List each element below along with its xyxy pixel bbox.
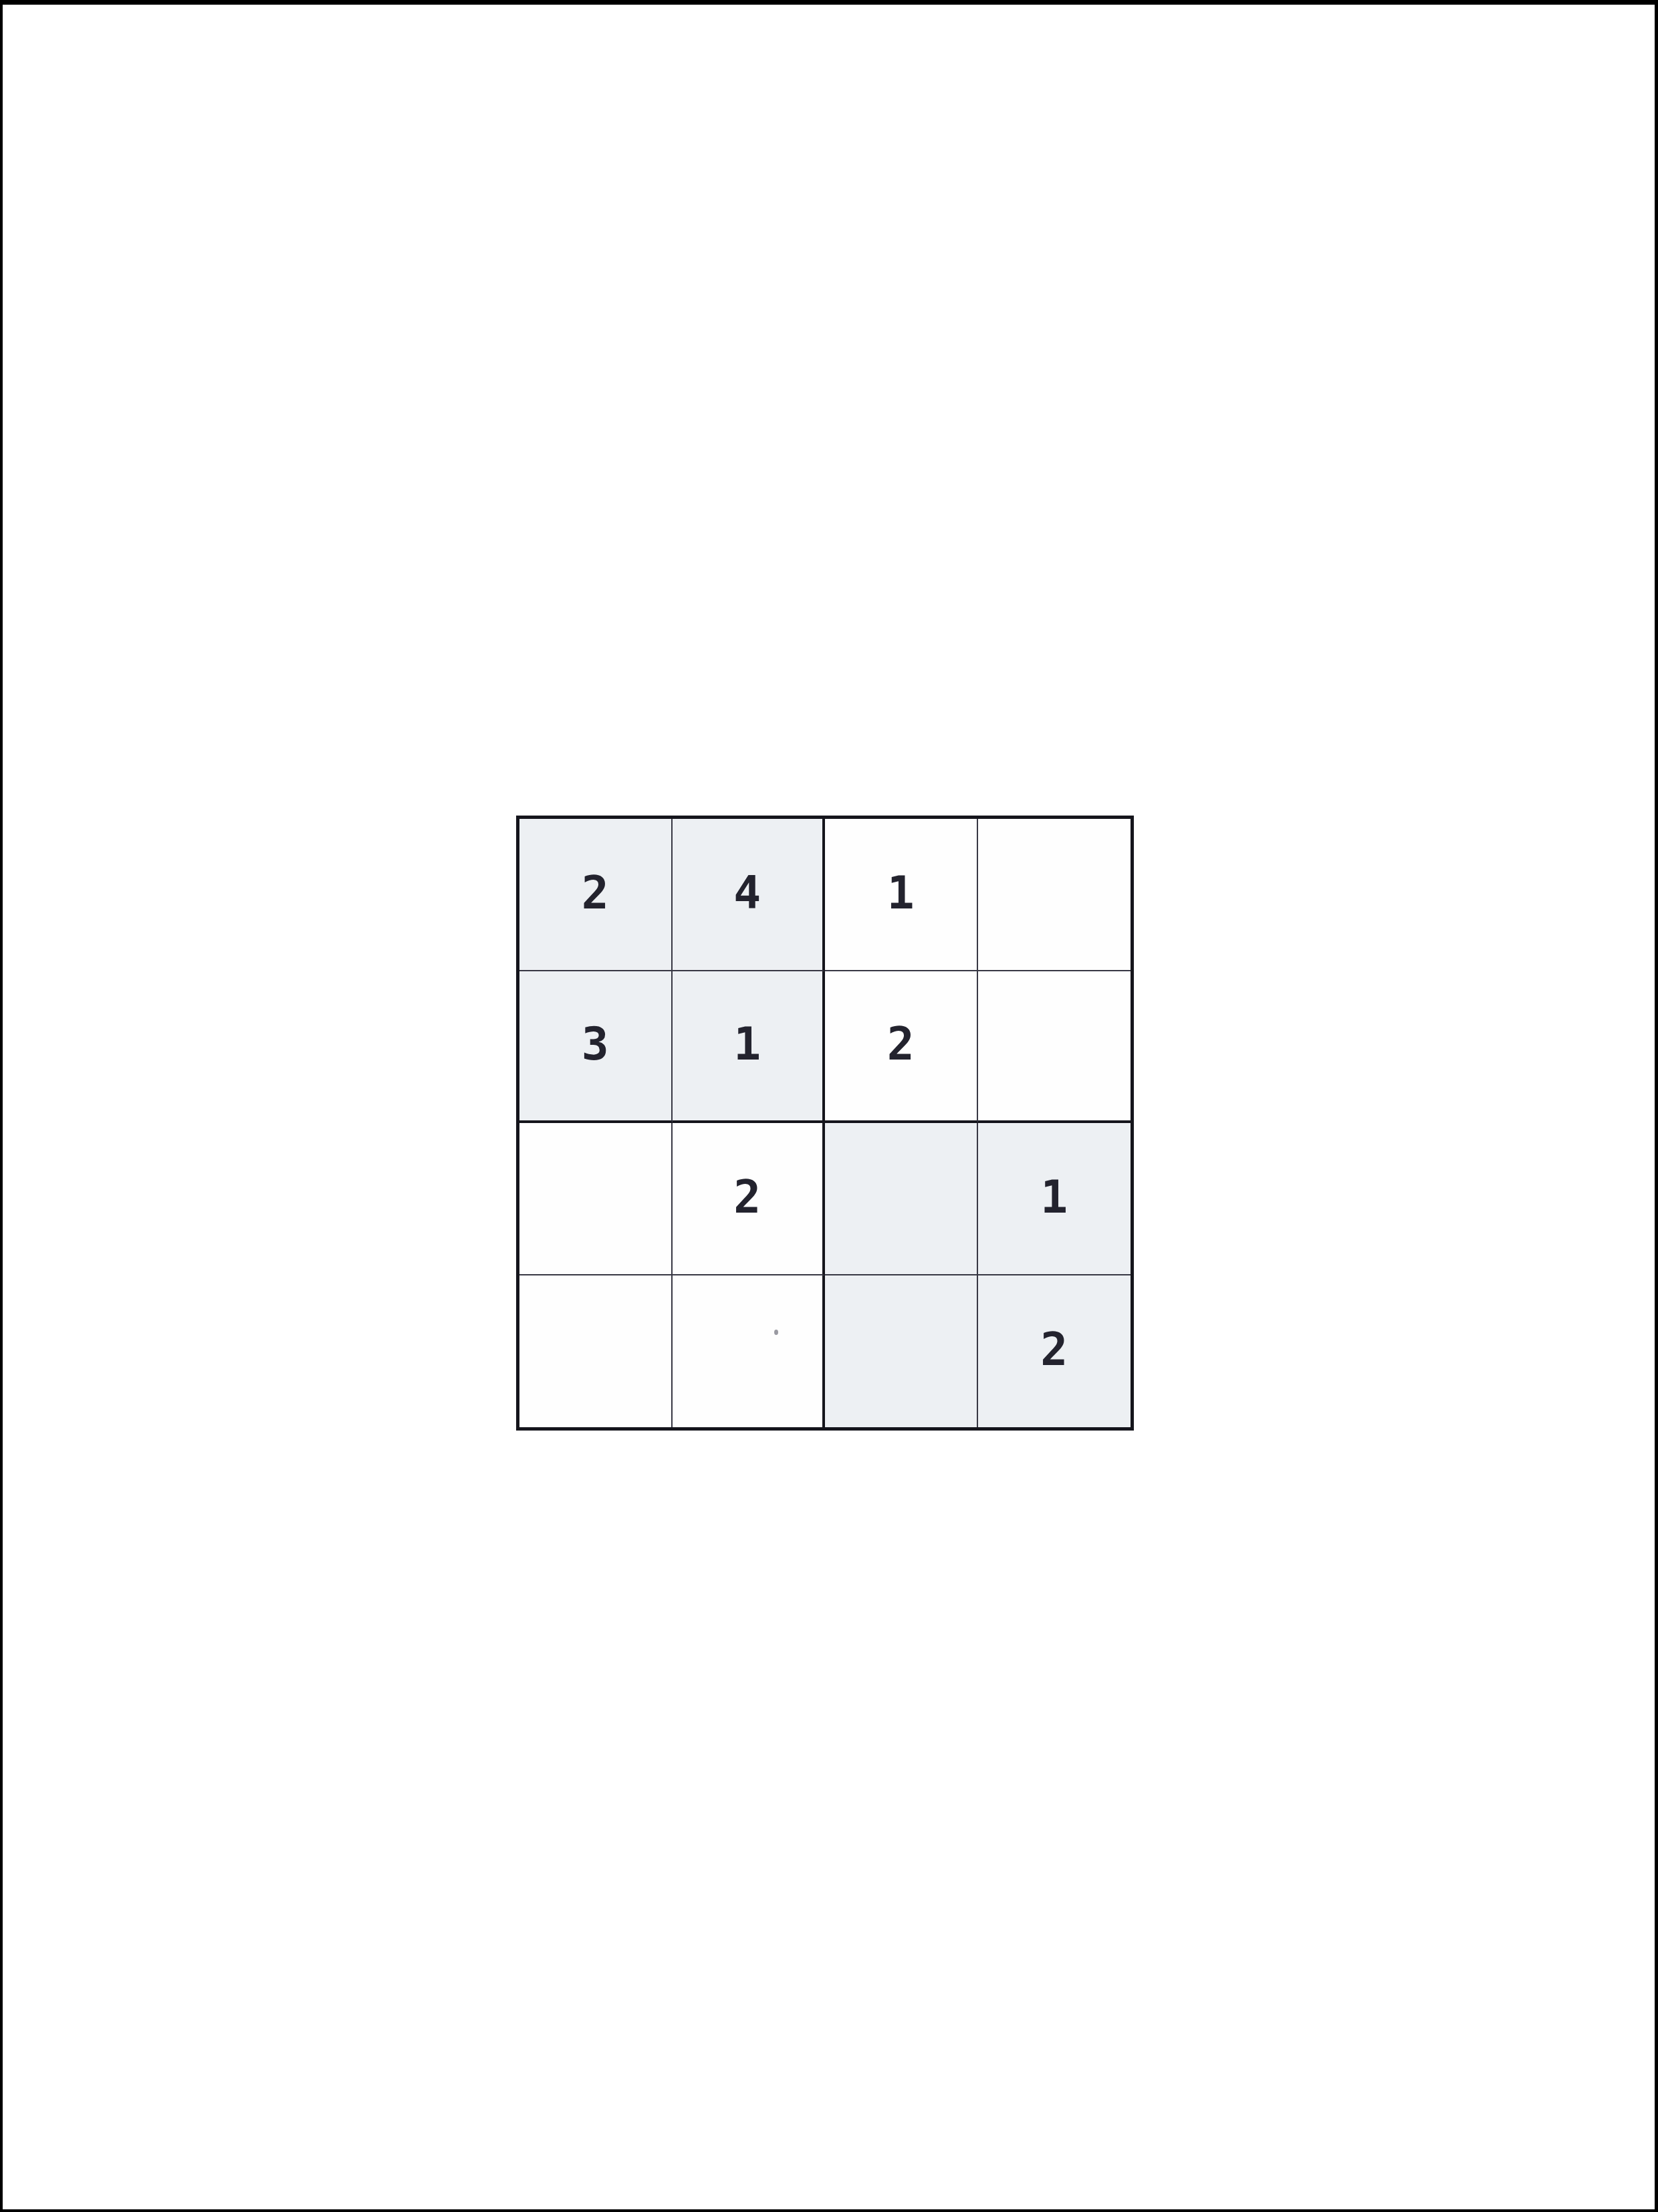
cell-r2c4[interactable] bbox=[978, 971, 1131, 1124]
cell-value: 4 bbox=[733, 870, 761, 916]
cell-r1c3: 1 bbox=[825, 819, 978, 971]
cell-r1c2: 4 bbox=[673, 819, 826, 971]
cell-r3c2: 2 bbox=[673, 1123, 826, 1275]
cell-r4c2[interactable] bbox=[673, 1275, 826, 1428]
cell-r4c1[interactable] bbox=[519, 1275, 673, 1428]
cell-value: 3 bbox=[582, 1021, 609, 1067]
cell-r1c4[interactable] bbox=[978, 819, 1131, 971]
cell-value: 1 bbox=[887, 870, 915, 916]
cell-r3c4: 1 bbox=[978, 1123, 1131, 1275]
cell-r2c3: 2 bbox=[825, 971, 978, 1124]
sudoku-grid: 241312212 bbox=[516, 816, 1134, 1431]
scan-speck bbox=[774, 1330, 778, 1335]
cell-r4c4: 2 bbox=[978, 1275, 1131, 1428]
cell-value: 2 bbox=[1040, 1327, 1068, 1372]
cell-r4c3[interactable] bbox=[825, 1275, 978, 1428]
cell-r2c1: 3 bbox=[519, 971, 673, 1124]
cell-r2c2: 1 bbox=[673, 971, 826, 1124]
cell-value: 1 bbox=[1040, 1175, 1068, 1220]
cell-r3c3[interactable] bbox=[825, 1123, 978, 1275]
cell-value: 2 bbox=[582, 870, 609, 916]
cell-r3c1[interactable] bbox=[519, 1123, 673, 1275]
cell-value: 2 bbox=[887, 1021, 915, 1067]
cell-value: 2 bbox=[733, 1175, 761, 1220]
worksheet-page: 241312212 bbox=[0, 0, 1658, 2212]
cell-r1c1: 2 bbox=[519, 819, 673, 971]
cell-value: 1 bbox=[733, 1021, 761, 1067]
